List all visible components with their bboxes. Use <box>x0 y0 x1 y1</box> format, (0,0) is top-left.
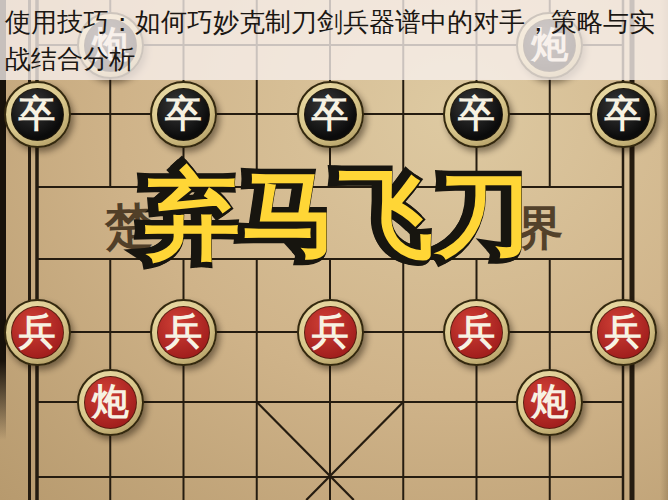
piece-red-cannon-right[interactable]: 炮 <box>516 369 583 436</box>
piece-red-soldier-7[interactable]: 兵 <box>443 299 510 366</box>
xiangqi-board-image: 楚 界 炮炮卒卒卒卒卒兵兵兵兵兵炮炮 弃马飞刀 弃马飞刀 使用技巧：如何巧妙克制… <box>0 0 668 500</box>
piece-black-soldier-5[interactable]: 卒 <box>297 81 364 148</box>
piece-glyph: 兵 <box>312 313 349 350</box>
piece-disc: 卒 <box>157 88 210 141</box>
piece-disc: 卒 <box>304 88 357 141</box>
piece-red-cannon-left[interactable]: 炮 <box>77 369 144 436</box>
piece-disc: 兵 <box>450 306 503 359</box>
piece-red-soldier-3[interactable]: 兵 <box>150 299 217 366</box>
piece-glyph: 炮 <box>531 383 568 420</box>
piece-glyph: 卒 <box>312 95 349 132</box>
piece-glyph: 炮 <box>92 383 129 420</box>
piece-disc: 兵 <box>304 306 357 359</box>
piece-glyph: 卒 <box>19 95 56 132</box>
piece-glyph: 卒 <box>605 95 642 132</box>
piece-black-soldier-9[interactable]: 卒 <box>590 81 657 148</box>
piece-red-soldier-5[interactable]: 兵 <box>297 299 364 366</box>
piece-glyph: 兵 <box>165 313 202 350</box>
piece-black-soldier-7[interactable]: 卒 <box>443 81 510 148</box>
piece-glyph: 兵 <box>605 313 642 350</box>
piece-disc: 兵 <box>597 306 650 359</box>
piece-disc: 兵 <box>157 306 210 359</box>
piece-black-soldier-1[interactable]: 卒 <box>4 81 71 148</box>
piece-disc: 兵 <box>11 306 64 359</box>
piece-black-soldier-3[interactable]: 卒 <box>150 81 217 148</box>
headline-banner: 弃马飞刀 弃马飞刀 <box>0 161 668 267</box>
title-line-1: 使用技巧：如何巧妙克制刀剑兵器谱中的对手，策略与实 <box>5 4 668 41</box>
piece-disc: 炮 <box>84 376 137 429</box>
piece-glyph: 卒 <box>165 95 202 132</box>
title-line-2: 战结合分析 <box>5 41 668 78</box>
piece-disc: 卒 <box>450 88 503 141</box>
piece-red-soldier-1[interactable]: 兵 <box>4 299 71 366</box>
piece-red-soldier-9[interactable]: 兵 <box>590 299 657 366</box>
piece-glyph: 兵 <box>19 313 56 350</box>
headline-banner-text: 弃马飞刀 <box>145 161 533 267</box>
piece-disc: 炮 <box>523 376 576 429</box>
piece-glyph: 兵 <box>458 313 495 350</box>
piece-glyph: 卒 <box>458 95 495 132</box>
piece-disc: 卒 <box>597 88 650 141</box>
piece-disc: 卒 <box>11 88 64 141</box>
title-overlay: 使用技巧：如何巧妙克制刀剑兵器谱中的对手，策略与实 战结合分析 <box>0 0 668 80</box>
